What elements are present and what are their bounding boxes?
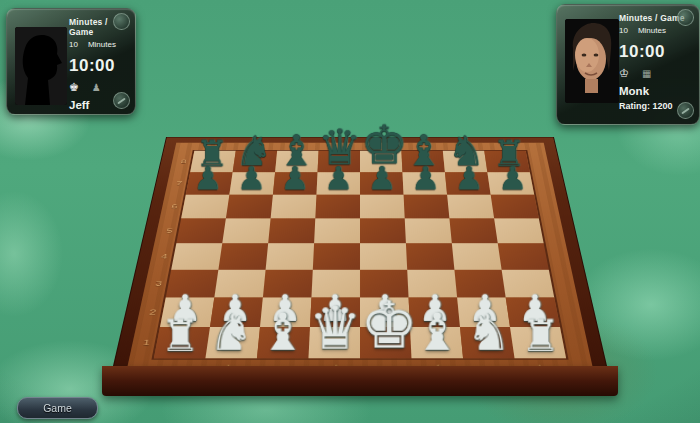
piece-white-rook-h1[interactable]: ♜	[514, 314, 565, 358]
avatar	[15, 27, 67, 105]
time-control-value: 10	[619, 26, 628, 35]
piece-white-knight-b1[interactable]: ♞	[206, 307, 257, 357]
square-f1[interactable]: ♝	[410, 327, 463, 358]
square-e4[interactable]	[360, 243, 407, 269]
player-panel-white: Minutes / Game 10Minutes 10:00 ♚ ♟ Jeff	[6, 8, 136, 115]
black-clock: 10:00	[619, 42, 693, 62]
piece-white-bishop-f1[interactable]: ♝	[411, 306, 462, 357]
square-b1[interactable]: ♞	[205, 327, 260, 358]
white-king-icon: ♚	[69, 81, 79, 94]
pawn-icon: ♟	[92, 82, 101, 93]
square-c5[interactable]	[268, 218, 315, 243]
time-control-line: 10Minutes	[619, 26, 693, 35]
square-d1[interactable]: ♛	[308, 327, 360, 358]
square-d7[interactable]: ♟	[316, 172, 360, 194]
square-f7[interactable]: ♟	[402, 172, 447, 194]
square-f6[interactable]	[404, 195, 450, 219]
square-a7[interactable]: ♟	[186, 172, 233, 194]
square-a4[interactable]	[171, 243, 222, 269]
piece-white-bishop-c1[interactable]: ♝	[257, 306, 308, 357]
time-control-unit: Minutes	[638, 26, 666, 35]
white-clock: 10:00	[69, 56, 129, 76]
piece-black-pawn-d7[interactable]: ♟	[316, 162, 360, 194]
piece-white-queen-d1[interactable]: ♛	[309, 298, 360, 357]
board-squares: ♜♞♝♛♚♝♞♜♟♟♟♟♟♟♟♟♟♟♟♟♟♟♟♟♜♞♝♛♚♝♞♜	[154, 151, 566, 359]
chess-board: ♜♞♝♛♚♝♞♜♟♟♟♟♟♟♟♟♟♟♟♟♟♟♟♟♜♞♝♛♚♝♞♜ 8765432…	[110, 137, 610, 384]
piece-black-pawn-b7[interactable]: ♟	[229, 162, 273, 194]
clock-ring-icon[interactable]	[113, 13, 130, 30]
square-a1[interactable]: ♜	[154, 327, 210, 358]
piece-black-pawn-c7[interactable]: ♟	[273, 162, 317, 194]
avatar	[565, 19, 619, 103]
computer-player-icon: ▦	[642, 68, 651, 79]
square-h5[interactable]	[494, 218, 544, 243]
square-c7[interactable]: ♟	[273, 172, 318, 194]
app-window: Minutes / Game 10Minutes 10:00 ♚ ♟ Jeff	[0, 0, 700, 423]
board-front-edge	[102, 366, 618, 396]
piece-black-pawn-g7[interactable]: ♟	[447, 162, 491, 194]
square-g7[interactable]: ♟	[445, 172, 491, 194]
square-h6[interactable]	[491, 195, 539, 219]
piece-black-pawn-a7[interactable]: ♟	[186, 162, 230, 194]
board-border: ♜♞♝♛♚♝♞♜♟♟♟♟♟♟♟♟♟♟♟♟♟♟♟♟♜♞♝♛♚♝♞♜ 8765432…	[126, 143, 595, 376]
rank-label-5: 5	[160, 218, 178, 243]
square-f4[interactable]	[406, 243, 454, 269]
timer-badge-icon[interactable]	[113, 92, 130, 109]
square-d4[interactable]	[313, 243, 360, 269]
square-b5[interactable]	[222, 218, 270, 243]
square-e7[interactable]: ♟	[360, 172, 404, 194]
square-g4[interactable]	[452, 243, 502, 269]
square-e1[interactable]: ♚	[360, 327, 412, 358]
square-b7[interactable]: ♟	[229, 172, 275, 194]
square-c4[interactable]	[266, 243, 314, 269]
square-f5[interactable]	[405, 218, 452, 243]
rank-label-6: 6	[166, 195, 183, 219]
square-b4[interactable]	[218, 243, 268, 269]
piece-white-king-e1[interactable]: ♚	[360, 293, 411, 358]
piece-black-pawn-e7[interactable]: ♟	[360, 162, 404, 194]
clock-ring-icon[interactable]	[677, 9, 694, 26]
game-menu-button[interactable]: Game	[17, 397, 98, 419]
square-g5[interactable]	[449, 218, 497, 243]
square-a5[interactable]	[176, 218, 226, 243]
square-d6[interactable]	[315, 195, 360, 219]
rank-label-4: 4	[155, 243, 174, 269]
rank-label-7: 7	[171, 172, 188, 194]
black-player-name: Monk	[619, 85, 693, 97]
time-control-unit: Minutes	[88, 40, 116, 49]
square-e5[interactable]	[360, 218, 406, 243]
black-king-icon: ♔	[619, 67, 629, 80]
timer-badge-icon[interactable]	[677, 102, 694, 119]
silhouette-avatar	[15, 27, 67, 105]
square-g6[interactable]	[447, 195, 494, 219]
square-e6[interactable]	[360, 195, 405, 219]
square-h7[interactable]: ♟	[487, 172, 534, 194]
square-c1[interactable]: ♝	[257, 327, 310, 358]
piece-black-pawn-h7[interactable]: ♟	[491, 162, 535, 194]
square-a6[interactable]	[181, 195, 229, 219]
time-control-value: 10	[69, 40, 78, 49]
square-d5[interactable]	[314, 218, 360, 243]
square-b6[interactable]	[226, 195, 273, 219]
time-control-line: 10Minutes	[69, 40, 129, 49]
square-h1[interactable]: ♜	[510, 327, 566, 358]
monk-face-avatar	[565, 19, 619, 103]
piece-black-pawn-f7[interactable]: ♟	[404, 162, 448, 194]
piece-white-rook-a1[interactable]: ♜	[154, 314, 205, 358]
square-h4[interactable]	[498, 243, 549, 269]
square-g1[interactable]: ♞	[460, 327, 515, 358]
piece-white-knight-g1[interactable]: ♞	[463, 307, 514, 357]
square-c6[interactable]	[271, 195, 317, 219]
board-frame: ♜♞♝♛♚♝♞♜♟♟♟♟♟♟♟♟♟♟♟♟♟♟♟♟♜♞♝♛♚♝♞♜ 8765432…	[110, 137, 610, 384]
player-panel-black: Minutes / Game 10Minutes 10:00 ♔ ▦ Monk …	[556, 4, 700, 125]
